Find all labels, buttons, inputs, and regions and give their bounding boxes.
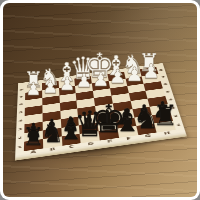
product-photo: 8877665544332211ABCDEFGH ♜♞♝♛♚♝♞♜♟♟♟♟♟♟♟…	[0, 0, 200, 200]
scene: 8877665544332211ABCDEFGH ♜♞♝♛♚♝♞♜♟♟♟♟♟♟♟…	[3, 3, 197, 197]
frame-corner	[15, 151, 24, 157]
frame-corner	[176, 129, 186, 134]
